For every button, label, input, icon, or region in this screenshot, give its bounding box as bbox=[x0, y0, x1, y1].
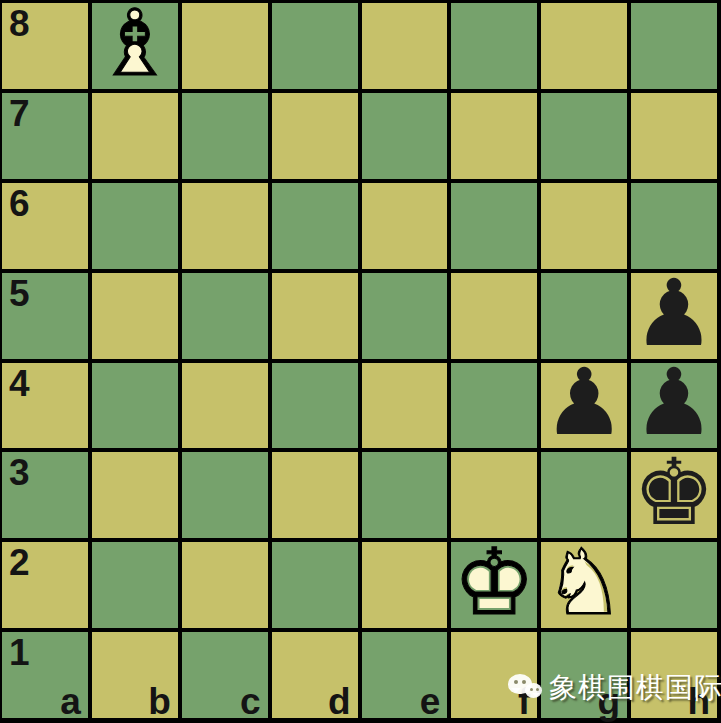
rank-label-5: 5 bbox=[9, 275, 30, 312]
square-g3[interactable] bbox=[541, 452, 627, 538]
square-f5[interactable] bbox=[451, 273, 537, 359]
white-king[interactable]: ♚♔ bbox=[451, 542, 537, 628]
square-b6[interactable] bbox=[92, 183, 178, 269]
square-e4[interactable] bbox=[362, 363, 448, 449]
square-a7[interactable]: 7 bbox=[2, 93, 88, 179]
square-d7[interactable] bbox=[272, 93, 358, 179]
black-pawn[interactable]: ♟ bbox=[541, 363, 627, 449]
square-c2[interactable] bbox=[182, 542, 268, 628]
square-f7[interactable] bbox=[451, 93, 537, 179]
square-d5[interactable] bbox=[272, 273, 358, 359]
chess-board: 8♝♗765♟4♟♟3♚2♚♔♞♘1abcdefgh 象棋围棋国际象棋 bbox=[0, 0, 721, 723]
square-a3[interactable]: 3 bbox=[2, 452, 88, 538]
square-e3[interactable] bbox=[362, 452, 448, 538]
rank-label-3: 3 bbox=[9, 454, 30, 491]
square-g2[interactable]: ♞♘ bbox=[541, 542, 627, 628]
file-label-d: d bbox=[328, 683, 351, 720]
square-c7[interactable] bbox=[182, 93, 268, 179]
black-pawn[interactable]: ♟ bbox=[631, 363, 717, 449]
file-label-a: a bbox=[60, 683, 81, 720]
square-c3[interactable] bbox=[182, 452, 268, 538]
square-c4[interactable] bbox=[182, 363, 268, 449]
square-g1[interactable]: g bbox=[541, 632, 627, 718]
square-h4[interactable]: ♟ bbox=[631, 363, 717, 449]
square-a1[interactable]: 1a bbox=[2, 632, 88, 718]
square-b1[interactable]: b bbox=[92, 632, 178, 718]
square-e1[interactable]: e bbox=[362, 632, 448, 718]
square-a8[interactable]: 8 bbox=[2, 3, 88, 89]
black-king-glyph: ♚ bbox=[633, 447, 715, 539]
square-g7[interactable] bbox=[541, 93, 627, 179]
square-d8[interactable] bbox=[272, 3, 358, 89]
square-d1[interactable]: d bbox=[272, 632, 358, 718]
square-e6[interactable] bbox=[362, 183, 448, 269]
square-a6[interactable]: 6 bbox=[2, 183, 88, 269]
rank-label-7: 7 bbox=[9, 95, 30, 132]
square-g6[interactable] bbox=[541, 183, 627, 269]
white-knight[interactable]: ♞♘ bbox=[541, 542, 627, 628]
square-d4[interactable] bbox=[272, 363, 358, 449]
black-king[interactable]: ♚ bbox=[631, 452, 717, 538]
square-f2[interactable]: ♚♔ bbox=[451, 542, 537, 628]
white-knight-outline-glyph: ♘ bbox=[543, 537, 625, 629]
black-pawn-glyph: ♟ bbox=[543, 358, 625, 450]
square-c6[interactable] bbox=[182, 183, 268, 269]
file-label-c: c bbox=[240, 683, 261, 720]
white-king-outline-glyph: ♔ bbox=[453, 537, 535, 629]
file-label-h: h bbox=[687, 683, 710, 720]
square-d3[interactable] bbox=[272, 452, 358, 538]
square-h7[interactable] bbox=[631, 93, 717, 179]
rank-label-1: 1 bbox=[9, 634, 30, 671]
black-pawn-glyph: ♟ bbox=[633, 358, 715, 450]
square-h3[interactable]: ♚ bbox=[631, 452, 717, 538]
square-b2[interactable] bbox=[92, 542, 178, 628]
rank-label-6: 6 bbox=[9, 185, 30, 222]
file-label-f: f bbox=[518, 683, 530, 720]
black-pawn-glyph: ♟ bbox=[633, 268, 715, 360]
square-c5[interactable] bbox=[182, 273, 268, 359]
board-grid: 8♝♗765♟4♟♟3♚2♚♔♞♘1abcdefgh bbox=[0, 0, 721, 723]
square-b3[interactable] bbox=[92, 452, 178, 538]
file-label-e: e bbox=[420, 683, 441, 720]
square-d2[interactable] bbox=[272, 542, 358, 628]
square-a5[interactable]: 5 bbox=[2, 273, 88, 359]
square-h6[interactable] bbox=[631, 183, 717, 269]
square-f6[interactable] bbox=[451, 183, 537, 269]
rank-label-8: 8 bbox=[9, 5, 30, 42]
white-bishop-outline-glyph: ♗ bbox=[94, 0, 176, 90]
rank-label-2: 2 bbox=[9, 544, 30, 581]
file-label-b: b bbox=[148, 683, 171, 720]
square-e7[interactable] bbox=[362, 93, 448, 179]
file-label-g: g bbox=[598, 683, 621, 720]
square-a4[interactable]: 4 bbox=[2, 363, 88, 449]
square-g4[interactable]: ♟ bbox=[541, 363, 627, 449]
square-e2[interactable] bbox=[362, 542, 448, 628]
square-g5[interactable] bbox=[541, 273, 627, 359]
square-e5[interactable] bbox=[362, 273, 448, 359]
square-b4[interactable] bbox=[92, 363, 178, 449]
square-a2[interactable]: 2 bbox=[2, 542, 88, 628]
square-f3[interactable] bbox=[451, 452, 537, 538]
square-h5[interactable]: ♟ bbox=[631, 273, 717, 359]
square-c1[interactable]: c bbox=[182, 632, 268, 718]
white-bishop[interactable]: ♝♗ bbox=[92, 3, 178, 89]
square-h1[interactable]: h bbox=[631, 632, 717, 718]
square-b7[interactable] bbox=[92, 93, 178, 179]
square-f8[interactable] bbox=[451, 3, 537, 89]
square-f1[interactable]: f bbox=[451, 632, 537, 718]
square-d6[interactable] bbox=[272, 183, 358, 269]
black-pawn[interactable]: ♟ bbox=[631, 273, 717, 359]
square-b8[interactable]: ♝♗ bbox=[92, 3, 178, 89]
rank-label-4: 4 bbox=[9, 365, 30, 402]
square-b5[interactable] bbox=[92, 273, 178, 359]
square-c8[interactable] bbox=[182, 3, 268, 89]
square-h2[interactable] bbox=[631, 542, 717, 628]
square-e8[interactable] bbox=[362, 3, 448, 89]
square-h8[interactable] bbox=[631, 3, 717, 89]
square-g8[interactable] bbox=[541, 3, 627, 89]
square-f4[interactable] bbox=[451, 363, 537, 449]
